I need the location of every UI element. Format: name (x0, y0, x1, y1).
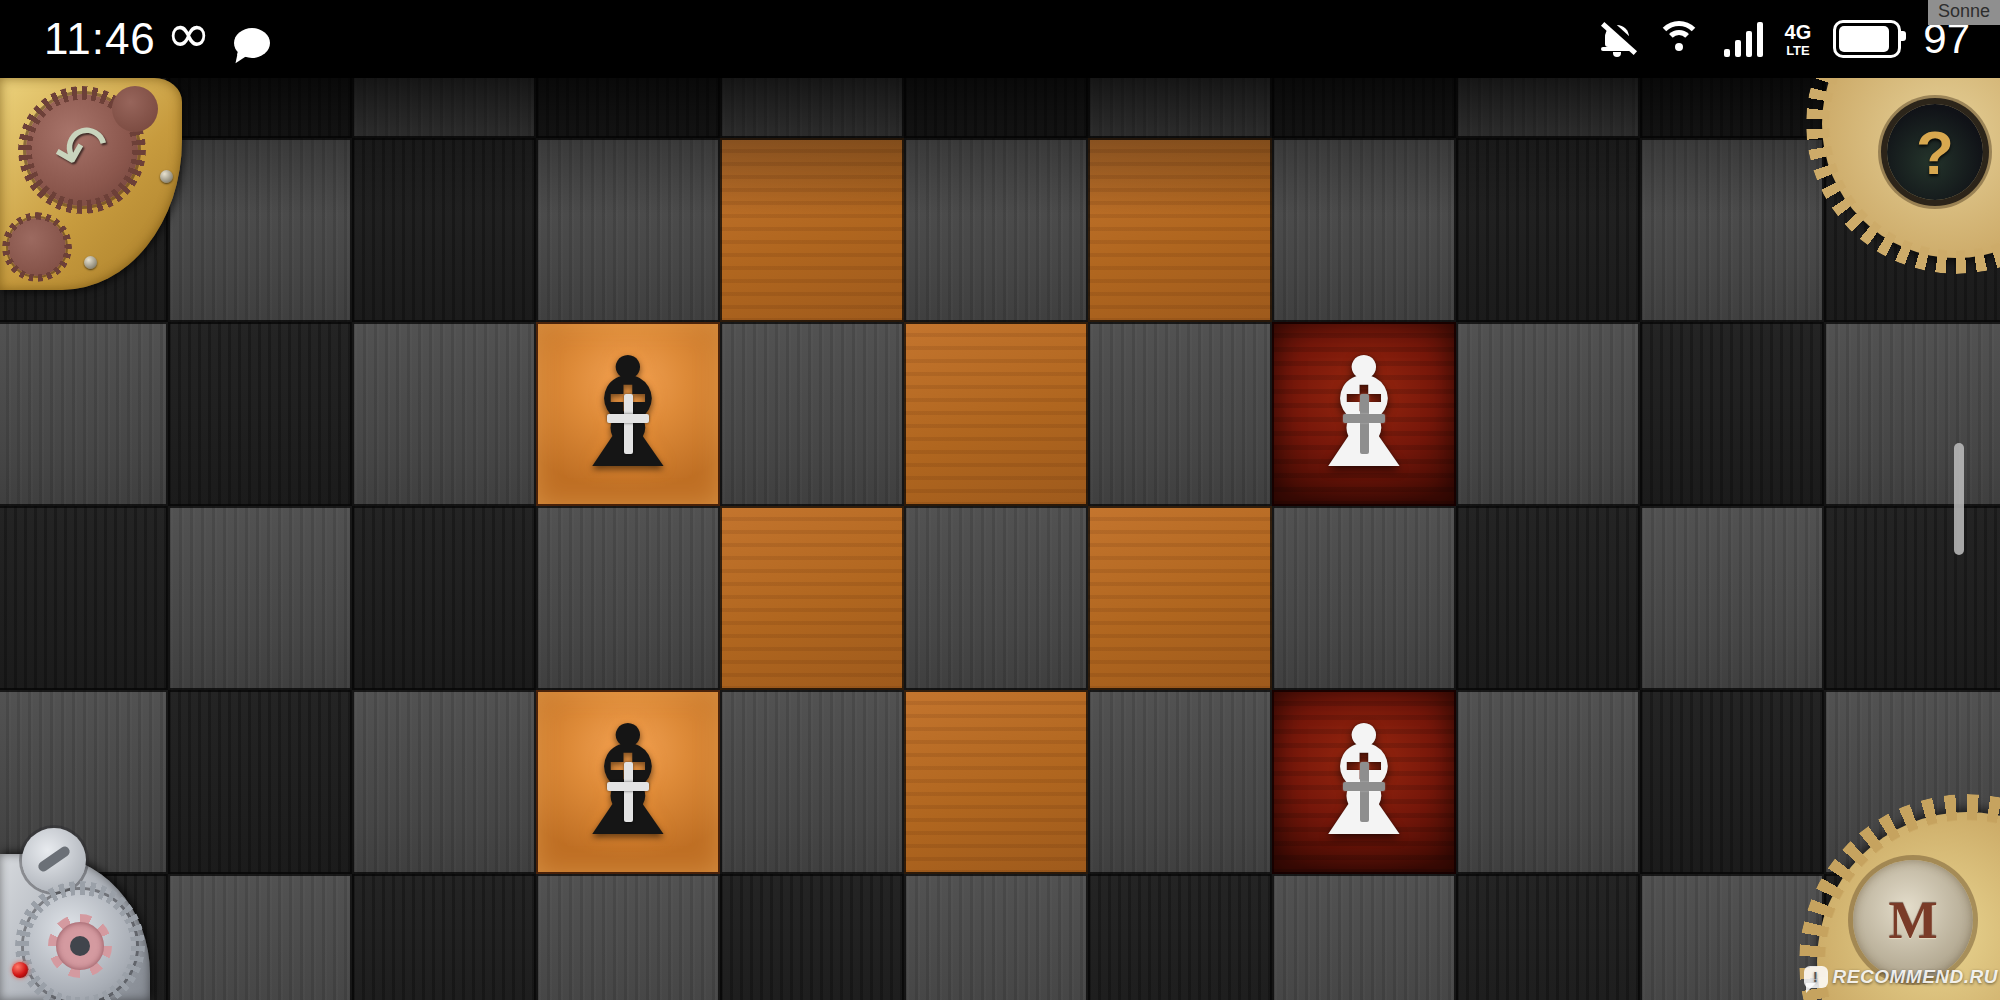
board-square-r5c3 (536, 874, 720, 1000)
undo-button[interactable]: ↶ (0, 78, 195, 298)
notifications-muted-icon (1600, 21, 1634, 57)
board-square-r4c9 (1640, 690, 1824, 874)
board-square-r1c6[interactable] (1088, 138, 1272, 322)
board-square-r2c7[interactable]: ♝ (1272, 322, 1456, 506)
board-square-r1c5 (904, 138, 1088, 322)
board-square-r5c1 (168, 874, 352, 1000)
menu-dial: M (1853, 860, 1973, 980)
board-square-r4c2 (352, 690, 536, 874)
board-square-r3c7 (1272, 506, 1456, 690)
gear-icon (8, 218, 66, 276)
board-square-r3c1 (168, 506, 352, 690)
board-square-r5c9 (1640, 874, 1824, 1000)
board-square-r2c10 (1824, 322, 2000, 506)
board-square-r4c8 (1456, 690, 1640, 874)
board-square-r5c7 (1272, 874, 1456, 1000)
board-square-r1c1 (168, 138, 352, 322)
scrollbar-thumb[interactable] (1954, 443, 1964, 555)
settings-button[interactable] (0, 850, 170, 1000)
board-square-r3c5 (904, 506, 1088, 690)
board-square-r2c6 (1088, 322, 1272, 506)
board-square-r2c8 (1456, 322, 1640, 506)
screw-icon (84, 256, 97, 269)
board-square-r3c10 (1824, 506, 2000, 690)
wifi-icon (1656, 21, 1702, 57)
board-square-r4c5[interactable] (904, 690, 1088, 874)
board-square-r5c4 (720, 874, 904, 1000)
black-bishop[interactable]: ♝ (536, 690, 720, 874)
watermark: ! RECOMMEND.RU (1804, 966, 1998, 988)
board-square-r2c5[interactable] (904, 322, 1088, 506)
status-icons-right: 4G LTE 97 (1600, 0, 1970, 78)
question-mark-icon: ? (1887, 104, 1983, 200)
board-square-r1c4[interactable] (720, 138, 904, 322)
board-square-r2c4 (720, 322, 904, 506)
battery-icon (1833, 20, 1901, 58)
white-bishop[interactable]: ♝ (1272, 690, 1456, 874)
help-dial: ? (1887, 104, 1983, 200)
puzzle-board: ♝♝♝♝ (0, 0, 2000, 1000)
board-square-r5c8 (1456, 874, 1640, 1000)
black-bishop[interactable]: ♝ (536, 322, 720, 506)
signal-strength-icon (1724, 21, 1763, 57)
board-square-r3c2 (352, 506, 536, 690)
board-square-r1c3 (536, 138, 720, 322)
board-square-r1c7 (1272, 138, 1456, 322)
board-square-r2c9 (1640, 322, 1824, 506)
board-square-r2c2 (352, 322, 536, 506)
board-square-r3c0 (0, 506, 168, 690)
board-square-r4c4 (720, 690, 904, 874)
board-square-r2c3[interactable]: ♝ (536, 322, 720, 506)
board-square-r5c2 (352, 874, 536, 1000)
board-square-r3c3 (536, 506, 720, 690)
help-button[interactable]: ? (1810, 78, 2000, 348)
gear-icon (24, 890, 136, 1000)
screen-overlay-label: Sonne (1928, 0, 2000, 25)
board-square-r3c9 (1640, 506, 1824, 690)
board-square-r5c5 (904, 874, 1088, 1000)
board-square-r4c6 (1088, 690, 1272, 874)
board-square-r3c4[interactable] (720, 506, 904, 690)
board-square-r3c6[interactable] (1088, 506, 1272, 690)
watermark-bubble-icon: ! (1804, 966, 1828, 988)
board-square-r4c3[interactable]: ♝ (536, 690, 720, 874)
gear-icon (112, 86, 158, 132)
game-screen: ♝♝♝♝ 11:46 ∞ 4G LTE 97 Sonne (0, 0, 2000, 1000)
chat-bubble-icon (234, 28, 270, 58)
status-bar: 11:46 ∞ 4G LTE 97 (0, 0, 2000, 78)
red-jewel-icon (12, 962, 28, 978)
screw-icon (160, 170, 173, 183)
white-bishop[interactable]: ♝ (1272, 322, 1456, 506)
board-square-r3c8 (1456, 506, 1640, 690)
board-square-r1c9 (1640, 138, 1824, 322)
board-square-r1c2 (352, 138, 536, 322)
network-type-badge: 4G LTE (1785, 22, 1812, 57)
menu-m-label: M (1853, 860, 1973, 980)
board-square-r1c8 (1456, 138, 1640, 322)
watermark-text: RECOMMEND.RU (1833, 966, 1998, 988)
clock: 11:46 (44, 14, 156, 64)
board-square-r2c1 (168, 322, 352, 506)
infinity-icon: ∞ (166, 2, 211, 65)
board-square-r5c6 (1088, 874, 1272, 1000)
board-square-r4c1 (168, 690, 352, 874)
board-square-r4c7[interactable]: ♝ (1272, 690, 1456, 874)
board-square-r2c0 (0, 322, 168, 506)
